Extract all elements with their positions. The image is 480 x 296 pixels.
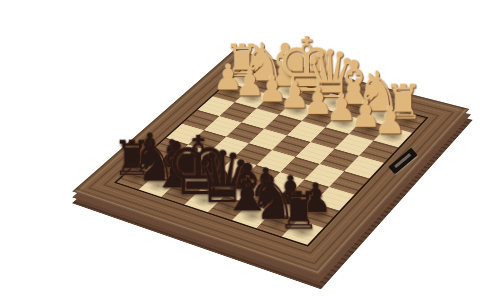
- piece-contact-shadow: [261, 214, 294, 233]
- piece-contact-shadow: [277, 198, 310, 216]
- piece-contact-shadow: [253, 78, 282, 92]
- chess-board: ♜♞♝♚♛♝♞♜♟♟♟♟♟♟♟♟♟♟♟♟♟♟♟♟♜♞♝♚♛♝♞♜: [72, 50, 469, 276]
- perspective-scene: ♜♞♝♚♛♝♞♜♟♟♟♟♟♟♟♟♟♟♟♟♟♟♟♟♜♞♝♚♛♝♞♜: [0, 0, 480, 296]
- piece-contact-shadow: [286, 222, 319, 241]
- piece-contact-shadow: [236, 207, 269, 226]
- board-photo: ♜♞♝♚♛♝♞♜♟♟♟♟♟♟♟♟♟♟♟♟♟♟♟♟♜♞♝♚♛♝♞♜: [0, 0, 480, 296]
